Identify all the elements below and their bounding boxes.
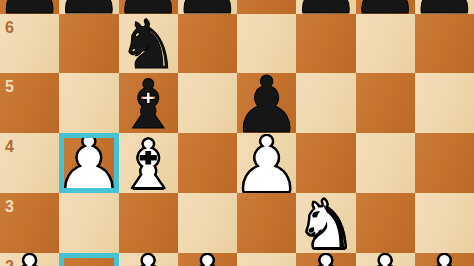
square-d7[interactable]: ♟ bbox=[178, 0, 237, 14]
square-g5[interactable] bbox=[356, 73, 415, 133]
square-a7[interactable]: 7♟ bbox=[0, 0, 59, 14]
piece-white-pawn-a2[interactable]: ♟ bbox=[0, 245, 65, 266]
square-b7[interactable]: ♟ bbox=[59, 0, 118, 14]
square-b4[interactable]: ♟ bbox=[59, 133, 118, 193]
square-d5[interactable] bbox=[178, 73, 237, 133]
square-e4[interactable]: ♟ bbox=[237, 133, 296, 193]
square-c4[interactable]: ♝+ bbox=[119, 133, 178, 193]
square-f2[interactable]: ♟ bbox=[296, 253, 355, 266]
square-d2[interactable]: ♟ bbox=[178, 253, 237, 266]
square-d6[interactable] bbox=[178, 14, 237, 74]
square-e2[interactable] bbox=[237, 253, 296, 266]
square-f7[interactable]: ♟ bbox=[296, 0, 355, 14]
square-e3[interactable] bbox=[237, 193, 296, 253]
square-h2[interactable]: ♟ bbox=[415, 253, 474, 266]
square-g4[interactable] bbox=[356, 133, 415, 193]
chessboard: 8♜♝+♛♚♞♜7♟♟♟♟♟♟♟6♞5♝+♟4♟♝+♟3♞2♟♟♟♟♟♟1♜♞♝… bbox=[0, 0, 474, 266]
piece-white-bishop-c4[interactable]: ♝ bbox=[118, 131, 179, 199]
square-a4[interactable]: 4 bbox=[0, 133, 59, 193]
square-h5[interactable] bbox=[415, 73, 474, 133]
square-h7[interactable]: ♟ bbox=[415, 0, 474, 14]
piece-white-pawn-d2[interactable]: ♟ bbox=[172, 245, 242, 266]
rank-label-3: 3 bbox=[5, 198, 14, 216]
square-g2[interactable]: ♟ bbox=[356, 253, 415, 266]
square-b3[interactable] bbox=[59, 193, 118, 253]
square-e7[interactable] bbox=[237, 0, 296, 14]
square-g6[interactable] bbox=[356, 14, 415, 74]
square-g7[interactable]: ♟ bbox=[356, 0, 415, 14]
piece-white-pawn-h2[interactable]: ♟ bbox=[409, 245, 474, 266]
square-f5[interactable] bbox=[296, 73, 355, 133]
rank-label-4: 4 bbox=[5, 138, 14, 156]
rank-label-6: 6 bbox=[5, 19, 14, 37]
square-b6[interactable] bbox=[59, 14, 118, 74]
square-a5[interactable]: 5 bbox=[0, 73, 59, 133]
chessboard-viewport: 8♜♝+♛♚♞♜7♟♟♟♟♟♟♟6♞5♝+♟4♟♝+♟3♞2♟♟♟♟♟♟1♜♞♝… bbox=[0, 0, 474, 266]
square-f6[interactable] bbox=[296, 14, 355, 74]
square-d4[interactable] bbox=[178, 133, 237, 193]
rank-label-5: 5 bbox=[5, 78, 14, 96]
square-a6[interactable]: 6 bbox=[0, 14, 59, 74]
square-h6[interactable] bbox=[415, 14, 474, 74]
square-c2[interactable]: ♟ bbox=[119, 253, 178, 266]
square-a2[interactable]: 2♟ bbox=[0, 253, 59, 266]
square-h4[interactable] bbox=[415, 133, 474, 193]
square-b2[interactable] bbox=[59, 253, 118, 266]
